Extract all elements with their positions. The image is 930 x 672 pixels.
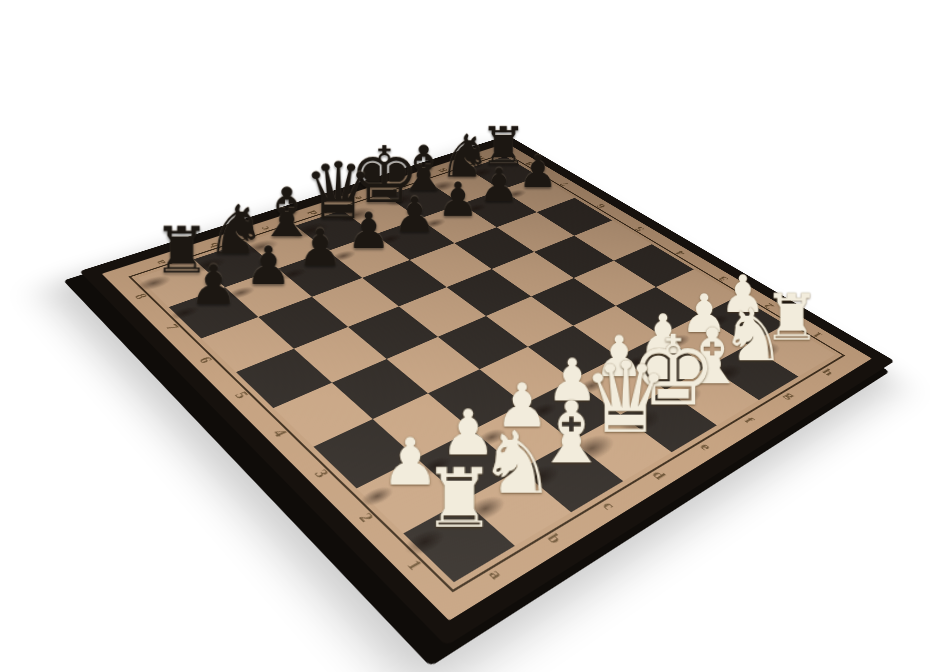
coord-left-rank-4: 4 [266, 423, 295, 443]
coord-left-rank-5: 5 [228, 386, 256, 404]
coord-left-rank-2: 2 [351, 506, 382, 529]
square-c5[interactable] [348, 306, 438, 359]
white-rook-glyph: ♜ [422, 458, 495, 540]
square-b4[interactable] [332, 359, 428, 419]
coord-near-file-a: a [480, 561, 513, 587]
square-b5[interactable] [294, 327, 387, 383]
square-c4[interactable] [387, 337, 480, 394]
black-pawn-glyph: ♟ [189, 257, 238, 312]
piece-black-pawn-a7[interactable]: ♟ [177, 257, 249, 312]
coord-near-file-c: c [593, 494, 624, 516]
photo-canvas: 87654321 87654321 abcdefgh abcdefgh ♜♞♝♛… [0, 0, 930, 672]
coord-near-file-h: h [815, 364, 841, 380]
square-b6[interactable] [258, 297, 348, 349]
coord-left-rank-1: 1 [398, 552, 431, 577]
coord-left-rank-7: 7 [159, 319, 185, 335]
square-d4[interactable] [438, 316, 528, 369]
coord-left-rank-3: 3 [307, 463, 337, 484]
chess-board: 87654321 87654321 abcdefgh abcdefgh ♜♞♝♛… [79, 135, 894, 646]
coord-near-file-g: g [776, 387, 803, 404]
square-a6[interactable] [201, 317, 294, 372]
coord-near-file-e: e [691, 437, 720, 456]
coord-left-rank-8: 8 [129, 289, 154, 304]
coord-left-rank-6: 6 [192, 351, 219, 368]
coord-near-file-b: b [539, 527, 571, 551]
coord-near-file-f: f [735, 411, 763, 429]
square-a5[interactable] [236, 349, 332, 408]
coord-near-file-d: d [644, 465, 674, 486]
piece-white-rook-a1[interactable]: ♜ [414, 458, 504, 540]
square-a4[interactable] [273, 383, 372, 447]
